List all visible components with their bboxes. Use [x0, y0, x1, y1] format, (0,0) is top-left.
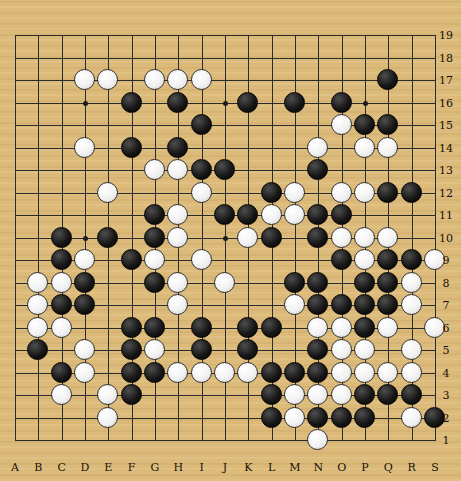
white-stone — [284, 407, 305, 428]
black-stone — [144, 272, 165, 293]
star-point — [223, 236, 228, 241]
column-label: H — [174, 461, 184, 474]
black-stone — [284, 92, 305, 113]
white-stone — [191, 362, 212, 383]
white-stone — [167, 272, 188, 293]
white-stone — [74, 339, 95, 360]
grid-line-vertical — [435, 35, 436, 441]
black-stone — [261, 317, 282, 338]
black-stone — [307, 227, 328, 248]
white-stone — [284, 294, 305, 315]
white-stone — [27, 272, 48, 293]
black-stone — [377, 384, 398, 405]
black-stone — [237, 204, 258, 225]
white-stone — [331, 114, 352, 135]
star-point — [83, 236, 88, 241]
black-stone — [261, 362, 282, 383]
white-stone — [167, 69, 188, 90]
column-label: S — [431, 461, 439, 474]
black-stone — [144, 204, 165, 225]
white-stone — [74, 69, 95, 90]
black-stone — [307, 272, 328, 293]
black-stone — [261, 182, 282, 203]
white-stone — [27, 294, 48, 315]
column-label: A — [11, 461, 19, 474]
white-stone — [401, 294, 422, 315]
white-stone — [144, 69, 165, 90]
row-label: 6 — [443, 321, 450, 334]
black-stone — [354, 272, 375, 293]
column-label: J — [223, 461, 227, 474]
row-label: 16 — [439, 96, 453, 109]
white-stone — [307, 317, 328, 338]
white-stone — [214, 272, 235, 293]
white-stone — [331, 317, 352, 338]
black-stone — [144, 227, 165, 248]
black-stone — [354, 317, 375, 338]
row-label: 5 — [443, 344, 450, 357]
white-stone — [331, 339, 352, 360]
black-stone — [307, 407, 328, 428]
white-stone — [74, 362, 95, 383]
white-stone — [237, 362, 258, 383]
black-stone — [167, 92, 188, 113]
black-stone — [261, 384, 282, 405]
row-label: 17 — [439, 74, 453, 87]
white-stone — [307, 137, 328, 158]
white-stone — [167, 362, 188, 383]
black-stone — [284, 272, 305, 293]
white-stone — [261, 204, 282, 225]
column-label: E — [104, 461, 112, 474]
white-stone — [51, 272, 72, 293]
black-stone — [354, 114, 375, 135]
black-stone — [377, 249, 398, 270]
black-stone — [51, 227, 72, 248]
black-stone — [307, 362, 328, 383]
black-stone — [307, 159, 328, 180]
black-stone — [354, 294, 375, 315]
white-stone — [401, 339, 422, 360]
star-point — [223, 101, 228, 106]
white-stone — [144, 249, 165, 270]
white-stone — [331, 362, 352, 383]
black-stone — [354, 384, 375, 405]
column-label: G — [151, 461, 160, 474]
black-stone — [237, 339, 258, 360]
white-stone — [401, 407, 422, 428]
black-stone — [307, 294, 328, 315]
grid-line-horizontal — [15, 440, 436, 441]
row-label: 4 — [443, 366, 450, 379]
white-stone — [214, 362, 235, 383]
row-label: 9 — [443, 254, 450, 267]
white-stone — [97, 182, 118, 203]
row-label: 2 — [443, 411, 450, 424]
column-label: L — [268, 461, 275, 474]
row-label: 11 — [439, 209, 453, 222]
row-label: 7 — [443, 299, 450, 312]
black-stone — [97, 227, 118, 248]
black-stone — [214, 159, 235, 180]
white-stone — [354, 182, 375, 203]
black-stone — [121, 339, 142, 360]
column-label: O — [337, 461, 346, 474]
row-label: 13 — [439, 164, 453, 177]
white-stone — [74, 137, 95, 158]
black-stone — [354, 407, 375, 428]
white-stone — [377, 227, 398, 248]
black-stone — [284, 362, 305, 383]
star-point — [83, 101, 88, 106]
black-stone — [331, 407, 352, 428]
column-label: I — [199, 461, 203, 474]
black-stone — [401, 384, 422, 405]
black-stone — [261, 227, 282, 248]
white-stone — [401, 362, 422, 383]
go-board[interactable]: ABCDEFGHIJKLMNOPQRS191817161514131211109… — [0, 0, 461, 481]
black-stone — [377, 182, 398, 203]
black-stone — [401, 249, 422, 270]
black-stone — [377, 272, 398, 293]
black-stone — [331, 204, 352, 225]
row-label: 1 — [443, 434, 450, 447]
black-stone — [377, 69, 398, 90]
white-stone — [97, 384, 118, 405]
white-stone — [377, 137, 398, 158]
white-stone — [144, 159, 165, 180]
row-label: 15 — [439, 119, 453, 132]
black-stone — [237, 92, 258, 113]
black-stone — [377, 114, 398, 135]
black-stone — [51, 294, 72, 315]
black-stone — [307, 339, 328, 360]
black-stone — [191, 159, 212, 180]
black-stone — [401, 182, 422, 203]
column-label: D — [81, 461, 90, 474]
row-label: 3 — [443, 389, 450, 402]
white-stone — [191, 182, 212, 203]
black-stone — [331, 92, 352, 113]
white-stone — [401, 272, 422, 293]
column-label: M — [289, 461, 300, 474]
white-stone — [97, 407, 118, 428]
black-stone — [191, 339, 212, 360]
black-stone — [307, 204, 328, 225]
black-stone — [331, 249, 352, 270]
row-label: 18 — [439, 51, 453, 64]
black-stone — [74, 272, 95, 293]
white-stone — [354, 137, 375, 158]
white-stone — [167, 204, 188, 225]
row-label: 14 — [439, 141, 453, 154]
row-label: 10 — [439, 231, 453, 244]
black-stone — [74, 294, 95, 315]
row-label: 19 — [439, 29, 453, 42]
column-label: C — [57, 461, 65, 474]
column-label: N — [314, 461, 324, 474]
black-stone — [191, 317, 212, 338]
column-label: Q — [384, 461, 393, 474]
black-stone — [121, 384, 142, 405]
black-stone — [261, 407, 282, 428]
white-stone — [237, 227, 258, 248]
column-label: B — [34, 461, 42, 474]
white-stone — [307, 384, 328, 405]
white-stone — [377, 362, 398, 383]
white-stone — [167, 294, 188, 315]
column-label: F — [128, 461, 136, 474]
white-stone — [354, 362, 375, 383]
black-stone — [121, 362, 142, 383]
black-stone — [144, 362, 165, 383]
white-stone — [284, 182, 305, 203]
white-stone — [191, 69, 212, 90]
white-stone — [284, 204, 305, 225]
white-stone — [284, 384, 305, 405]
black-stone — [121, 249, 142, 270]
black-stone — [214, 204, 235, 225]
black-stone — [144, 317, 165, 338]
black-stone — [167, 137, 188, 158]
black-stone — [377, 294, 398, 315]
white-stone — [167, 227, 188, 248]
column-label: P — [361, 461, 368, 474]
black-stone — [331, 294, 352, 315]
star-point — [363, 101, 368, 106]
white-stone — [97, 69, 118, 90]
black-stone — [121, 137, 142, 158]
white-stone — [307, 429, 328, 450]
white-stone — [354, 249, 375, 270]
black-stone — [121, 92, 142, 113]
row-label: 12 — [439, 186, 453, 199]
white-stone — [144, 339, 165, 360]
black-stone — [237, 317, 258, 338]
white-stone — [191, 249, 212, 270]
white-stone — [331, 384, 352, 405]
white-stone — [51, 317, 72, 338]
black-stone — [121, 317, 142, 338]
white-stone — [74, 249, 95, 270]
column-label: R — [408, 461, 416, 474]
column-label: K — [244, 461, 252, 474]
white-stone — [27, 317, 48, 338]
black-stone — [51, 362, 72, 383]
white-stone — [331, 227, 352, 248]
black-stone — [27, 339, 48, 360]
white-stone — [51, 384, 72, 405]
white-stone — [167, 159, 188, 180]
white-stone — [354, 339, 375, 360]
white-stone — [331, 182, 352, 203]
row-label: 8 — [443, 276, 450, 289]
white-stone — [354, 227, 375, 248]
black-stone — [51, 249, 72, 270]
white-stone — [377, 317, 398, 338]
black-stone — [191, 114, 212, 135]
